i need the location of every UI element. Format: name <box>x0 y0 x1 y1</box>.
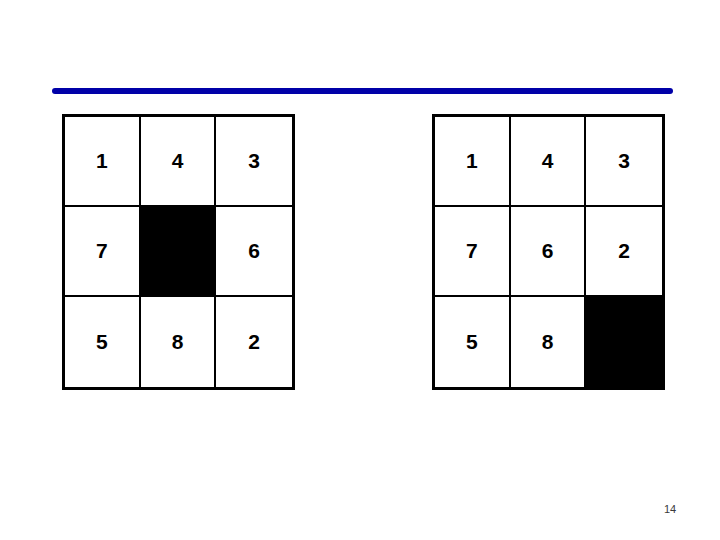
header-accent-line <box>52 88 673 94</box>
puzzle-board-right: 1 4 3 7 6 2 5 8 <box>432 114 665 390</box>
tile: 3 <box>216 117 292 207</box>
blank-tile <box>141 207 217 297</box>
tile: 1 <box>65 117 141 207</box>
tile: 7 <box>435 207 511 297</box>
puzzle-board-left: 1 4 3 7 6 5 8 2 <box>62 114 295 390</box>
tile: 4 <box>141 117 217 207</box>
tile: 4 <box>511 117 587 207</box>
tile: 6 <box>216 207 292 297</box>
page-number: 14 <box>664 503 676 515</box>
tile: 7 <box>65 207 141 297</box>
tile: 8 <box>141 297 217 387</box>
tile: 5 <box>65 297 141 387</box>
tile: 3 <box>586 117 662 207</box>
tile: 2 <box>216 297 292 387</box>
blank-tile <box>586 297 662 387</box>
slide: 1 4 3 7 6 5 8 2 1 4 3 7 6 2 5 8 14 <box>0 0 720 540</box>
tile: 6 <box>511 207 587 297</box>
tile: 2 <box>586 207 662 297</box>
tile: 5 <box>435 297 511 387</box>
tile: 8 <box>511 297 587 387</box>
tile: 1 <box>435 117 511 207</box>
